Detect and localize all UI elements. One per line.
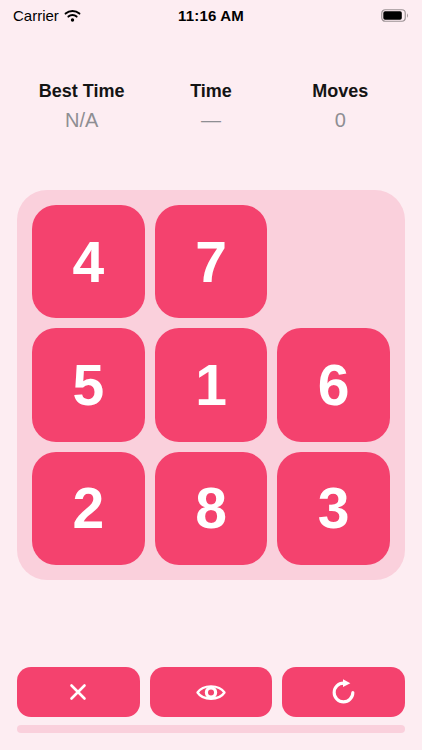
home-indicator-bar[interactable] [17,725,405,733]
puzzle-tile[interactable]: 5 [32,328,145,441]
empty-cell [277,205,390,318]
stats-row: Best Time N/A Time — Moves 0 [17,81,405,132]
time-label: Time [146,81,275,102]
puzzle-tile[interactable]: 7 [155,205,268,318]
puzzle-tile[interactable]: 8 [155,452,268,565]
stat-best-time: Best Time N/A [17,81,146,132]
eye-icon [195,681,227,704]
stat-time: Time — [146,81,275,132]
toolbar [17,667,405,717]
puzzle-board: 4 7 5 1 6 2 8 3 [17,190,405,580]
puzzle-tile[interactable]: 6 [277,328,390,441]
status-time: 11:16 AM [178,7,244,24]
status-bar: Carrier 11:16 AM [0,0,422,30]
puzzle-tile[interactable]: 4 [32,205,145,318]
moves-label: Moves [276,81,405,102]
stat-moves: Moves 0 [276,81,405,132]
restart-button[interactable] [282,667,405,717]
carrier-label: Carrier [13,7,59,24]
puzzle-tile[interactable]: 2 [32,452,145,565]
carrier-group: Carrier [13,7,81,24]
reveal-button[interactable] [150,667,273,717]
time-value: — [146,109,275,132]
wifi-icon [64,9,81,22]
close-button[interactable] [17,667,140,717]
battery-icon [381,9,409,22]
best-time-label: Best Time [17,81,146,102]
moves-value: 0 [276,109,405,132]
x-icon [66,680,90,704]
puzzle-tile[interactable]: 1 [155,328,268,441]
best-time-value: N/A [17,109,146,132]
refresh-icon [330,679,357,706]
puzzle-tile[interactable]: 3 [277,452,390,565]
